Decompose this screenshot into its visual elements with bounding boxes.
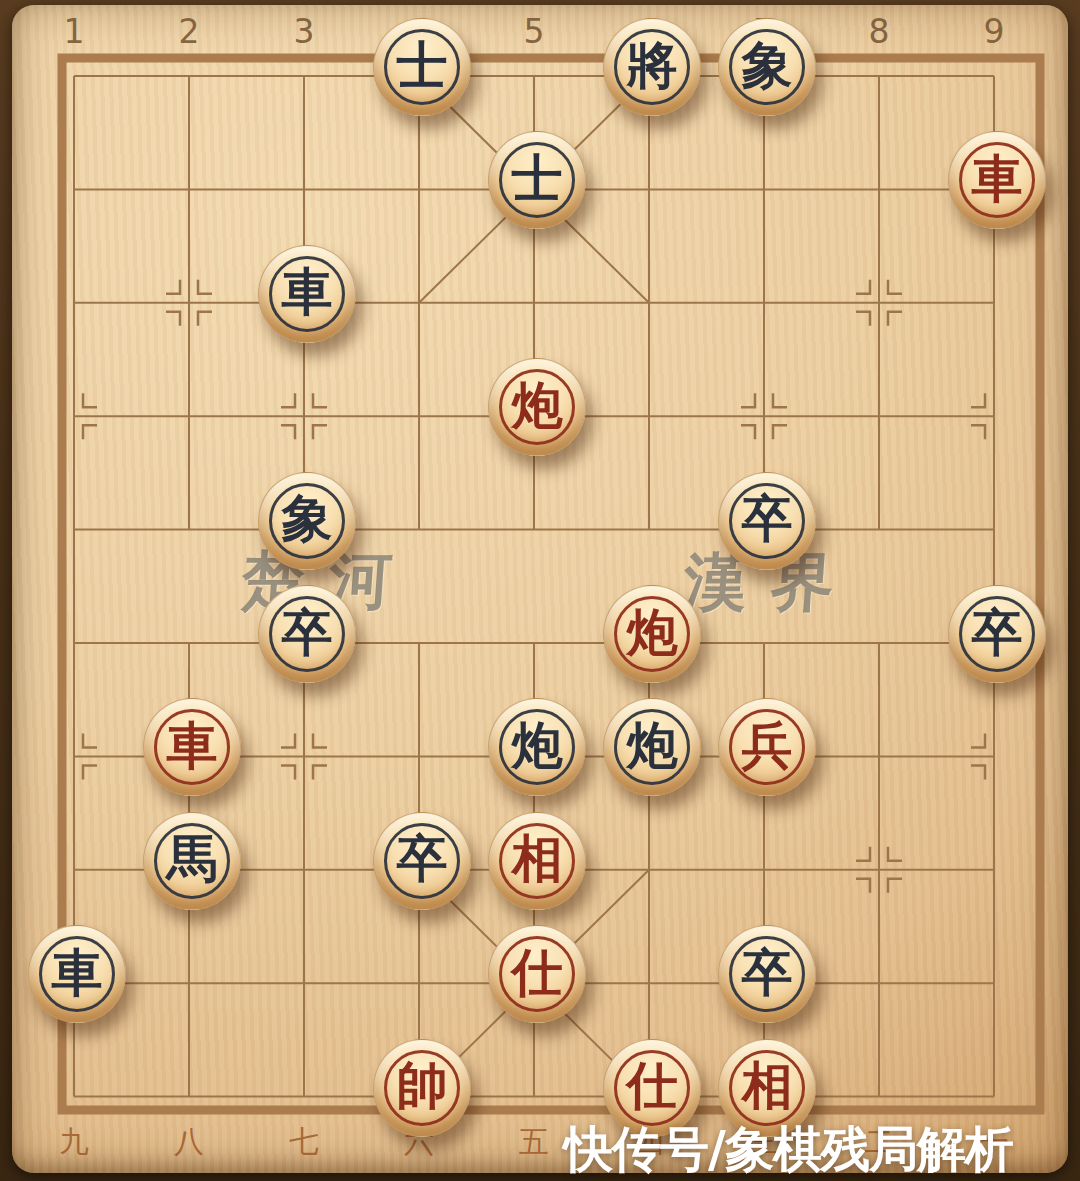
point-marker [888,312,902,326]
piece-glyph: 士 [512,153,563,204]
piece-red-advisor[interactable]: 仕 [488,925,586,1023]
piece-glyph: 車 [282,266,333,317]
piece-glyph: 仕 [512,947,563,998]
piece-black-elephant[interactable]: 象 [718,18,816,116]
point-marker [313,425,327,439]
piece-black-soldier[interactable]: 卒 [718,925,816,1023]
piece-black-chariot[interactable]: 車 [258,245,356,343]
point-marker [856,312,870,326]
point-marker [83,765,97,779]
piece-black-chariot[interactable]: 車 [28,925,126,1023]
top-col-label: 3 [294,12,315,51]
piece-glyph: 仕 [627,1060,678,1111]
piece-black-soldier[interactable]: 卒 [948,585,1046,683]
piece-red-soldier[interactable]: 兵 [718,698,816,796]
point-marker [971,425,985,439]
point-marker [888,280,902,294]
piece-glyph: 炮 [627,607,678,658]
xiangqi-app: 123456789 九八七六五四三二一 楚河 漢界 士將象士車車炮象卒卒炮卒車炮… [0,0,1080,1181]
bottom-col-label: 九 [59,1122,89,1163]
point-marker [773,425,787,439]
point-marker [281,733,295,747]
point-marker [166,280,180,294]
piece-glyph: 相 [742,1060,793,1111]
piece-black-horse[interactable]: 馬 [143,812,241,910]
piece-black-elephant[interactable]: 象 [258,472,356,570]
point-marker [83,733,97,747]
piece-glyph: 帥 [397,1060,448,1111]
piece-glyph: 馬 [167,833,218,884]
piece-black-soldier[interactable]: 卒 [718,472,816,570]
piece-glyph: 卒 [742,493,793,544]
piece-glyph: 士 [397,40,448,91]
piece-glyph: 象 [742,40,793,91]
piece-glyph: 卒 [282,607,333,658]
piece-black-advisor[interactable]: 士 [488,131,586,229]
piece-glyph: 卒 [972,607,1023,658]
piece-glyph: 卒 [397,833,448,884]
piece-black-advisor[interactable]: 士 [373,18,471,116]
piece-glyph: 相 [512,833,563,884]
top-col-label: 9 [984,12,1005,51]
point-marker [888,847,902,861]
point-marker [888,879,902,893]
piece-red-elephant[interactable]: 相 [488,812,586,910]
point-marker [281,765,295,779]
piece-glyph: 炮 [627,720,678,771]
piece-red-chariot[interactable]: 車 [143,698,241,796]
piece-glyph: 卒 [742,947,793,998]
point-marker [83,393,97,407]
piece-glyph: 炮 [512,720,563,771]
bottom-col-label: 八 [174,1122,204,1163]
piece-glyph: 象 [282,493,333,544]
point-marker [166,312,180,326]
bottom-col-label: 五 [519,1122,549,1163]
piece-glyph: 車 [167,720,218,771]
point-marker [741,425,755,439]
point-marker [83,425,97,439]
piece-black-soldier[interactable]: 卒 [258,585,356,683]
point-marker [198,312,212,326]
piece-glyph: 將 [627,40,678,91]
piece-red-general[interactable]: 帥 [373,1039,471,1137]
point-marker [856,280,870,294]
piece-glyph: 車 [52,947,103,998]
point-marker [198,280,212,294]
top-col-label: 8 [869,12,890,51]
point-marker [741,393,755,407]
piece-black-soldier[interactable]: 卒 [373,812,471,910]
point-marker [773,393,787,407]
point-marker [971,733,985,747]
point-marker [971,765,985,779]
piece-glyph: 炮 [512,380,563,431]
piece-black-cannon[interactable]: 炮 [603,698,701,796]
top-col-label: 1 [64,12,85,51]
piece-red-cannon[interactable]: 炮 [488,358,586,456]
piece-black-cannon[interactable]: 炮 [488,698,586,796]
point-marker [313,393,327,407]
piece-black-general[interactable]: 將 [603,18,701,116]
piece-glyph: 車 [972,153,1023,204]
piece-glyph: 兵 [742,720,793,771]
top-col-label: 5 [524,12,545,51]
point-marker [281,425,295,439]
piece-red-chariot[interactable]: 車 [948,131,1046,229]
point-marker [856,847,870,861]
top-col-label: 2 [179,12,200,51]
watermark-text: 快传号/象棋残局解析 [564,1117,1013,1181]
point-marker [313,733,327,747]
point-marker [281,393,295,407]
bottom-col-label: 七 [289,1122,319,1163]
point-marker [313,765,327,779]
point-marker [856,879,870,893]
point-marker [971,393,985,407]
piece-red-cannon[interactable]: 炮 [603,585,701,683]
